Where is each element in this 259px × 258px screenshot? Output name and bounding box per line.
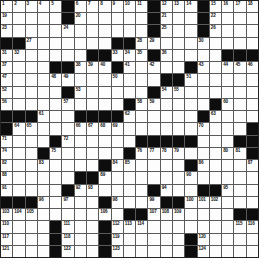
grid-cell[interactable] xyxy=(26,99,37,110)
grid-cell[interactable] xyxy=(198,50,209,61)
grid-cell[interactable] xyxy=(161,111,172,122)
grid-cell[interactable]: 66 xyxy=(75,123,86,134)
grid-cell[interactable] xyxy=(75,99,86,110)
grid-cell[interactable] xyxy=(185,209,196,220)
grid-cell[interactable]: 20 xyxy=(75,13,86,24)
grid-cell[interactable]: 6 xyxy=(75,1,86,12)
grid-cell[interactable] xyxy=(210,38,221,49)
grid-cell[interactable] xyxy=(185,87,196,98)
grid-cell[interactable] xyxy=(185,99,196,110)
grid-cell[interactable] xyxy=(75,160,86,171)
grid-cell[interactable] xyxy=(87,148,98,159)
grid-cell[interactable] xyxy=(13,136,24,147)
grid-cell[interactable] xyxy=(234,111,245,122)
grid-cell[interactable] xyxy=(136,185,147,196)
grid-cell[interactable] xyxy=(136,25,147,36)
grid-cell[interactable] xyxy=(247,246,258,257)
grid-cell[interactable]: 67 xyxy=(87,123,98,134)
grid-cell[interactable] xyxy=(198,148,209,159)
grid-cell[interactable] xyxy=(222,221,233,232)
grid-cell[interactable] xyxy=(87,38,98,49)
grid-cell[interactable] xyxy=(50,123,61,134)
grid-cell[interactable] xyxy=(99,99,110,110)
grid-cell[interactable] xyxy=(185,13,196,24)
grid-cell[interactable] xyxy=(26,234,37,245)
grid-cell[interactable]: 18 xyxy=(247,1,258,12)
grid-cell[interactable] xyxy=(198,221,209,232)
grid-cell[interactable] xyxy=(62,111,73,122)
grid-cell[interactable]: 76 xyxy=(136,148,147,159)
grid-cell[interactable] xyxy=(99,38,110,49)
grid-cell[interactable] xyxy=(210,234,221,245)
grid-cell[interactable]: 86 xyxy=(198,160,209,171)
grid-cell[interactable] xyxy=(136,74,147,85)
grid-cell[interactable] xyxy=(124,13,135,24)
grid-cell[interactable]: 113 xyxy=(124,221,135,232)
grid-cell[interactable] xyxy=(136,246,147,257)
grid-cell[interactable]: 16 xyxy=(222,1,233,12)
grid-cell[interactable] xyxy=(148,160,159,171)
grid-cell[interactable]: 53 xyxy=(75,87,86,98)
grid-cell[interactable] xyxy=(62,38,73,49)
grid-cell[interactable]: 83 xyxy=(38,160,49,171)
grid-cell[interactable]: 4 xyxy=(38,1,49,12)
grid-cell[interactable] xyxy=(148,221,159,232)
grid-cell[interactable]: 25 xyxy=(161,25,172,36)
grid-cell[interactable]: 15 xyxy=(210,1,221,12)
grid-cell[interactable] xyxy=(136,197,147,208)
grid-cell[interactable] xyxy=(50,172,61,183)
grid-cell[interactable]: 68 xyxy=(99,123,110,134)
grid-cell[interactable] xyxy=(185,50,196,61)
grid-cell[interactable] xyxy=(62,160,73,171)
grid-cell[interactable] xyxy=(124,123,135,134)
grid-cell[interactable]: 46 xyxy=(247,62,258,73)
grid-cell[interactable] xyxy=(62,148,73,159)
grid-cell[interactable] xyxy=(38,136,49,147)
grid-cell[interactable] xyxy=(234,123,245,134)
grid-cell[interactable]: 38 xyxy=(75,62,86,73)
grid-cell[interactable] xyxy=(173,172,184,183)
grid-cell[interactable]: 50 xyxy=(112,74,123,85)
grid-cell[interactable]: 95 xyxy=(222,185,233,196)
grid-cell[interactable] xyxy=(62,172,73,183)
grid-cell[interactable]: 40 xyxy=(99,62,110,73)
grid-cell[interactable] xyxy=(198,136,209,147)
grid-cell[interactable] xyxy=(50,38,61,49)
grid-cell[interactable]: 109 xyxy=(173,209,184,220)
grid-cell[interactable] xyxy=(222,111,233,122)
grid-cell[interactable] xyxy=(87,99,98,110)
grid-cell[interactable]: 80 xyxy=(222,148,233,159)
grid-cell[interactable] xyxy=(210,87,221,98)
grid-cell[interactable]: 88 xyxy=(1,172,12,183)
grid-cell[interactable]: 81 xyxy=(234,148,245,159)
grid-cell[interactable] xyxy=(247,185,258,196)
grid-cell[interactable]: 90 xyxy=(185,172,196,183)
grid-cell[interactable]: 26 xyxy=(210,25,221,36)
grid-cell[interactable] xyxy=(75,197,86,208)
grid-cell[interactable]: 10 xyxy=(124,1,135,12)
grid-cell[interactable]: 33 xyxy=(112,50,123,61)
grid-cell[interactable] xyxy=(247,25,258,36)
grid-cell[interactable] xyxy=(185,185,196,196)
grid-cell[interactable] xyxy=(222,172,233,183)
grid-cell[interactable] xyxy=(13,185,24,196)
grid-cell[interactable] xyxy=(50,197,61,208)
grid-cell[interactable]: 106 xyxy=(99,209,110,220)
grid-cell[interactable] xyxy=(26,74,37,85)
grid-cell[interactable]: 119 xyxy=(112,234,123,245)
grid-cell[interactable]: 23 xyxy=(1,25,12,36)
grid-cell[interactable] xyxy=(222,246,233,257)
grid-cell[interactable] xyxy=(234,246,245,257)
grid-cell[interactable] xyxy=(222,87,233,98)
grid-cell[interactable]: 104 xyxy=(13,209,24,220)
grid-cell[interactable]: 98 xyxy=(112,197,123,208)
grid-cell[interactable] xyxy=(87,13,98,24)
grid-cell[interactable] xyxy=(234,13,245,24)
grid-cell[interactable] xyxy=(13,13,24,24)
grid-cell[interactable]: 87 xyxy=(247,160,258,171)
grid-cell[interactable] xyxy=(26,246,37,257)
grid-cell[interactable] xyxy=(50,185,61,196)
grid-cell[interactable]: 107 xyxy=(148,209,159,220)
grid-cell[interactable]: 47 xyxy=(1,74,12,85)
grid-cell[interactable]: 37 xyxy=(1,62,12,73)
grid-cell[interactable] xyxy=(38,87,49,98)
grid-cell[interactable]: 122 xyxy=(62,246,73,257)
grid-cell[interactable] xyxy=(38,62,49,73)
grid-cell[interactable]: 63 xyxy=(210,111,221,122)
grid-cell[interactable]: 117 xyxy=(1,234,12,245)
grid-cell[interactable] xyxy=(247,38,258,49)
grid-cell[interactable] xyxy=(124,136,135,147)
grid-cell[interactable] xyxy=(136,234,147,245)
grid-cell[interactable] xyxy=(38,74,49,85)
grid-cell[interactable] xyxy=(222,74,233,85)
grid-cell[interactable] xyxy=(161,38,172,49)
grid-cell[interactable]: 102 xyxy=(210,197,221,208)
grid-cell[interactable]: 124 xyxy=(198,246,209,257)
grid-cell[interactable]: 78 xyxy=(161,148,172,159)
grid-cell[interactable] xyxy=(161,172,172,183)
grid-cell[interactable] xyxy=(234,160,245,171)
grid-cell[interactable] xyxy=(124,87,135,98)
grid-cell[interactable] xyxy=(13,25,24,36)
grid-cell[interactable] xyxy=(26,221,37,232)
grid-cell[interactable]: 112 xyxy=(112,221,123,232)
grid-cell[interactable] xyxy=(198,87,209,98)
grid-cell[interactable] xyxy=(26,160,37,171)
grid-cell[interactable] xyxy=(210,123,221,134)
grid-cell[interactable]: 99 xyxy=(148,197,159,208)
grid-cell[interactable] xyxy=(87,234,98,245)
grid-cell[interactable] xyxy=(50,87,61,98)
grid-cell[interactable]: 59 xyxy=(148,99,159,110)
grid-cell[interactable] xyxy=(210,246,221,257)
grid-cell[interactable] xyxy=(38,123,49,134)
grid-cell[interactable] xyxy=(99,136,110,147)
grid-cell[interactable] xyxy=(198,172,209,183)
grid-cell[interactable] xyxy=(173,99,184,110)
grid-cell[interactable] xyxy=(222,136,233,147)
grid-cell[interactable]: 105 xyxy=(26,209,37,220)
grid-cell[interactable] xyxy=(148,246,159,257)
grid-cell[interactable]: 101 xyxy=(198,197,209,208)
grid-cell[interactable] xyxy=(26,185,37,196)
grid-cell[interactable] xyxy=(161,62,172,73)
grid-cell[interactable] xyxy=(38,25,49,36)
grid-cell[interactable]: 31 xyxy=(1,50,12,61)
grid-cell[interactable] xyxy=(75,234,86,245)
grid-cell[interactable] xyxy=(173,38,184,49)
grid-cell[interactable] xyxy=(124,185,135,196)
grid-cell[interactable] xyxy=(210,209,221,220)
grid-cell[interactable]: 44 xyxy=(222,62,233,73)
grid-cell[interactable]: 2 xyxy=(13,1,24,12)
grid-cell[interactable] xyxy=(38,38,49,49)
grid-cell[interactable] xyxy=(124,197,135,208)
grid-cell[interactable]: 123 xyxy=(112,246,123,257)
grid-cell[interactable] xyxy=(222,38,233,49)
grid-cell[interactable] xyxy=(87,209,98,220)
grid-cell[interactable]: 75 xyxy=(50,148,61,159)
grid-cell[interactable] xyxy=(173,160,184,171)
grid-cell[interactable] xyxy=(185,111,196,122)
grid-cell[interactable]: 70 xyxy=(198,123,209,134)
grid-cell[interactable] xyxy=(148,123,159,134)
grid-cell[interactable] xyxy=(247,197,258,208)
grid-cell[interactable]: 7 xyxy=(87,1,98,12)
grid-cell[interactable]: 118 xyxy=(62,234,73,245)
grid-cell[interactable] xyxy=(112,13,123,24)
grid-cell[interactable] xyxy=(75,50,86,61)
grid-cell[interactable]: 49 xyxy=(62,74,73,85)
grid-cell[interactable] xyxy=(173,185,184,196)
grid-cell[interactable]: 42 xyxy=(148,62,159,73)
grid-cell[interactable] xyxy=(247,13,258,24)
grid-cell[interactable]: 96 xyxy=(38,197,49,208)
grid-cell[interactable]: 14 xyxy=(185,1,196,12)
grid-cell[interactable] xyxy=(247,234,258,245)
grid-cell[interactable] xyxy=(99,25,110,36)
grid-cell[interactable] xyxy=(173,234,184,245)
grid-cell[interactable] xyxy=(210,50,221,61)
grid-cell[interactable] xyxy=(198,74,209,85)
grid-cell[interactable] xyxy=(26,172,37,183)
grid-cell[interactable]: 22 xyxy=(210,13,221,24)
grid-cell[interactable] xyxy=(173,246,184,257)
grid-cell[interactable] xyxy=(185,123,196,134)
grid-cell[interactable] xyxy=(13,148,24,159)
grid-cell[interactable]: 71 xyxy=(1,136,12,147)
grid-cell[interactable] xyxy=(210,136,221,147)
grid-cell[interactable]: 92 xyxy=(75,185,86,196)
grid-cell[interactable] xyxy=(87,25,98,36)
grid-cell[interactable] xyxy=(234,25,245,36)
grid-cell[interactable] xyxy=(222,209,233,220)
grid-cell[interactable] xyxy=(234,74,245,85)
grid-cell[interactable]: 48 xyxy=(50,74,61,85)
grid-cell[interactable] xyxy=(13,62,24,73)
grid-cell[interactable] xyxy=(112,172,123,183)
grid-cell[interactable] xyxy=(38,246,49,257)
grid-cell[interactable] xyxy=(13,246,24,257)
grid-cell[interactable] xyxy=(222,25,233,36)
grid-cell[interactable] xyxy=(87,87,98,98)
grid-cell[interactable] xyxy=(210,160,221,171)
grid-cell[interactable]: 62 xyxy=(124,111,135,122)
grid-cell[interactable] xyxy=(124,234,135,245)
grid-cell[interactable] xyxy=(62,123,73,134)
grid-cell[interactable]: 89 xyxy=(99,172,110,183)
grid-cell[interactable] xyxy=(234,87,245,98)
grid-cell[interactable]: 82 xyxy=(1,160,12,171)
grid-cell[interactable] xyxy=(148,111,159,122)
grid-cell[interactable]: 21 xyxy=(161,13,172,24)
grid-cell[interactable] xyxy=(112,185,123,196)
grid-cell[interactable] xyxy=(185,38,196,49)
grid-cell[interactable] xyxy=(161,234,172,245)
grid-cell[interactable] xyxy=(26,50,37,61)
grid-cell[interactable] xyxy=(13,234,24,245)
grid-cell[interactable] xyxy=(173,123,184,134)
grid-cell[interactable]: 77 xyxy=(148,148,159,159)
grid-cell[interactable] xyxy=(38,50,49,61)
grid-cell[interactable]: 3 xyxy=(26,1,37,12)
grid-cell[interactable] xyxy=(99,13,110,24)
grid-cell[interactable] xyxy=(222,160,233,171)
grid-cell[interactable] xyxy=(13,99,24,110)
grid-cell[interactable] xyxy=(161,221,172,232)
grid-cell[interactable]: 32 xyxy=(13,50,24,61)
grid-cell[interactable] xyxy=(185,25,196,36)
grid-cell[interactable] xyxy=(161,160,172,171)
grid-cell[interactable] xyxy=(75,209,86,220)
grid-cell[interactable]: 52 xyxy=(1,87,12,98)
grid-cell[interactable] xyxy=(112,25,123,36)
grid-cell[interactable] xyxy=(38,234,49,245)
grid-cell[interactable]: 5 xyxy=(50,1,61,12)
grid-cell[interactable] xyxy=(136,160,147,171)
grid-cell[interactable] xyxy=(99,87,110,98)
grid-cell[interactable]: 120 xyxy=(198,234,209,245)
grid-cell[interactable]: 94 xyxy=(161,185,172,196)
grid-cell[interactable] xyxy=(112,136,123,147)
grid-cell[interactable]: 64 xyxy=(13,123,24,134)
grid-cell[interactable]: 121 xyxy=(1,246,12,257)
grid-cell[interactable] xyxy=(75,221,86,232)
grid-cell[interactable] xyxy=(136,172,147,183)
grid-cell[interactable] xyxy=(26,148,37,159)
grid-cell[interactable]: 35 xyxy=(136,50,147,61)
grid-cell[interactable] xyxy=(136,87,147,98)
grid-cell[interactable] xyxy=(173,13,184,24)
grid-cell[interactable] xyxy=(26,25,37,36)
grid-cell[interactable] xyxy=(124,246,135,257)
grid-cell[interactable]: 11 xyxy=(136,1,147,12)
grid-cell[interactable]: 72 xyxy=(62,136,73,147)
grid-cell[interactable] xyxy=(50,160,61,171)
grid-cell[interactable]: 116 xyxy=(247,221,258,232)
grid-cell[interactable] xyxy=(247,172,258,183)
grid-cell[interactable]: 8 xyxy=(99,1,110,12)
grid-cell[interactable] xyxy=(136,13,147,24)
grid-cell[interactable] xyxy=(173,62,184,73)
grid-cell[interactable] xyxy=(87,160,98,171)
grid-cell[interactable] xyxy=(136,62,147,73)
grid-cell[interactable] xyxy=(234,172,245,183)
grid-cell[interactable]: 56 xyxy=(1,99,12,110)
grid-cell[interactable] xyxy=(87,136,98,147)
grid-cell[interactable] xyxy=(173,50,184,61)
grid-cell[interactable] xyxy=(210,148,221,159)
grid-cell[interactable]: 27 xyxy=(26,38,37,49)
grid-cell[interactable] xyxy=(247,74,258,85)
grid-cell[interactable] xyxy=(99,74,110,85)
grid-cell[interactable] xyxy=(38,99,49,110)
grid-cell[interactable]: 55 xyxy=(173,87,184,98)
grid-cell[interactable] xyxy=(50,111,61,122)
grid-cell[interactable]: 84 xyxy=(112,160,123,171)
grid-cell[interactable]: 51 xyxy=(185,74,196,85)
grid-cell[interactable] xyxy=(148,234,159,245)
grid-cell[interactable] xyxy=(75,38,86,49)
grid-cell[interactable] xyxy=(13,87,24,98)
grid-cell[interactable] xyxy=(222,123,233,134)
grid-cell[interactable]: 36 xyxy=(161,50,172,61)
grid-cell[interactable]: 28 xyxy=(136,38,147,49)
grid-cell[interactable] xyxy=(87,246,98,257)
grid-cell[interactable]: 91 xyxy=(1,185,12,196)
grid-cell[interactable]: 85 xyxy=(124,160,135,171)
grid-cell[interactable] xyxy=(62,209,73,220)
grid-cell[interactable] xyxy=(99,185,110,196)
grid-cell[interactable] xyxy=(13,74,24,85)
grid-cell[interactable] xyxy=(222,197,233,208)
grid-cell[interactable] xyxy=(13,160,24,171)
grid-cell[interactable]: 43 xyxy=(198,62,209,73)
grid-cell[interactable]: 69 xyxy=(112,123,123,134)
grid-cell[interactable] xyxy=(198,99,209,110)
grid-cell[interactable]: 100 xyxy=(185,197,196,208)
grid-cell[interactable] xyxy=(112,99,123,110)
grid-cell[interactable] xyxy=(222,234,233,245)
grid-cell[interactable] xyxy=(38,221,49,232)
grid-cell[interactable] xyxy=(50,99,61,110)
grid-cell[interactable]: 29 xyxy=(148,38,159,49)
grid-cell[interactable]: 103 xyxy=(1,209,12,220)
grid-cell[interactable]: 54 xyxy=(161,87,172,98)
grid-cell[interactable] xyxy=(234,234,245,245)
grid-cell[interactable]: 57 xyxy=(62,99,73,110)
grid-cell[interactable] xyxy=(210,221,221,232)
grid-cell[interactable]: 108 xyxy=(161,209,172,220)
grid-cell[interactable]: 45 xyxy=(234,62,245,73)
grid-cell[interactable] xyxy=(87,197,98,208)
grid-cell[interactable]: 41 xyxy=(124,62,135,73)
grid-cell[interactable]: 24 xyxy=(62,25,73,36)
grid-cell[interactable] xyxy=(62,50,73,61)
grid-cell[interactable] xyxy=(26,62,37,73)
grid-cell[interactable] xyxy=(234,197,245,208)
grid-cell[interactable]: 97 xyxy=(62,197,73,208)
grid-cell[interactable] xyxy=(173,25,184,36)
grid-cell[interactable]: 9 xyxy=(112,1,123,12)
grid-cell[interactable] xyxy=(99,148,110,159)
grid-cell[interactable] xyxy=(136,111,147,122)
